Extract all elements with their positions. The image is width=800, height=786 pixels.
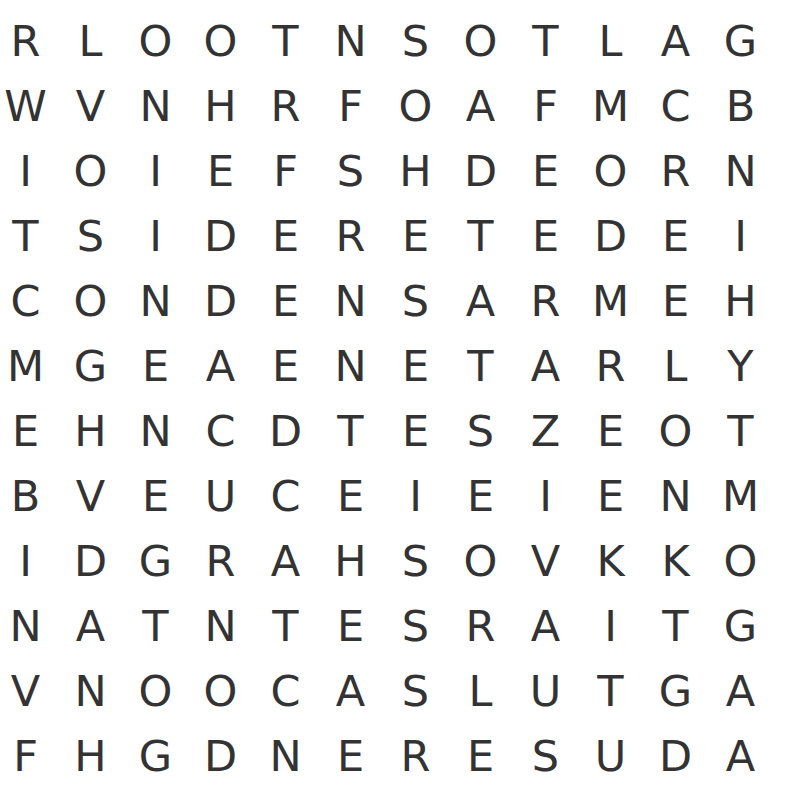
grid-cell[interactable]: G (708, 9, 773, 74)
grid-cell[interactable]: R (643, 139, 708, 204)
grid-cell[interactable]: F (513, 74, 578, 139)
grid-cell[interactable]: E (643, 269, 708, 334)
grid-cell[interactable]: D (188, 269, 253, 334)
grid-cell[interactable]: G (643, 659, 708, 724)
grid-cell[interactable]: N (318, 269, 383, 334)
grid-cell[interactable]: A (513, 594, 578, 659)
grid-cell[interactable]: M (578, 269, 643, 334)
grid-cell[interactable]: A (708, 659, 773, 724)
grid-cell[interactable]: S (513, 724, 578, 786)
grid-cell[interactable]: T (448, 334, 513, 399)
grid-cell[interactable]: M (708, 464, 773, 529)
grid-cell[interactable]: T (318, 399, 383, 464)
grid-cell[interactable]: A (708, 724, 773, 786)
grid-cell[interactable]: Y (708, 334, 773, 399)
grid-cell[interactable]: M (578, 74, 643, 139)
grid-cell[interactable]: V (58, 464, 123, 529)
grid-cell[interactable]: N (123, 399, 188, 464)
grid-cell[interactable]: I (513, 464, 578, 529)
grid-cell[interactable]: D (578, 204, 643, 269)
grid-cell[interactable]: D (643, 724, 708, 786)
grid-cell[interactable]: L (448, 659, 513, 724)
grid-cell[interactable]: I (123, 139, 188, 204)
grid-cell[interactable]: H (188, 74, 253, 139)
grid-cell[interactable]: T (578, 659, 643, 724)
grid-cell[interactable]: G (123, 724, 188, 786)
grid-cell[interactable]: R (318, 204, 383, 269)
grid-cell[interactable]: E (383, 334, 448, 399)
grid-cell[interactable]: R (448, 594, 513, 659)
grid-cell[interactable]: I (578, 594, 643, 659)
grid-cell[interactable]: M (0, 334, 58, 399)
grid-cell[interactable]: N (188, 594, 253, 659)
grid-cell[interactable]: A (643, 9, 708, 74)
grid-cell[interactable]: S (448, 399, 513, 464)
grid-cell[interactable]: T (253, 594, 318, 659)
grid-cell[interactable]: U (188, 464, 253, 529)
grid-cell[interactable]: N (318, 9, 383, 74)
grid-cell[interactable]: I (0, 529, 58, 594)
word-search-board: RLOOTNSOTLAGWVNHRFOAFMCBIOIEFSHDEORNTSID… (0, 9, 773, 786)
grid-cell[interactable]: N (253, 724, 318, 786)
grid-cell[interactable]: B (0, 464, 58, 529)
grid-cell[interactable]: E (253, 204, 318, 269)
grid-cell[interactable]: N (123, 74, 188, 139)
grid-cell[interactable]: I (708, 204, 773, 269)
grid-cell[interactable]: O (578, 139, 643, 204)
grid-cell[interactable]: E (0, 399, 58, 464)
grid-cell[interactable]: E (318, 594, 383, 659)
grid-cell[interactable]: C (0, 269, 58, 334)
grid-cell[interactable]: W (0, 74, 58, 139)
grid-cell[interactable]: K (643, 529, 708, 594)
grid-cell[interactable]: G (58, 334, 123, 399)
grid-cell[interactable]: D (448, 139, 513, 204)
grid-cell[interactable]: E (513, 204, 578, 269)
grid-cell[interactable]: E (123, 334, 188, 399)
grid-cell[interactable]: D (188, 724, 253, 786)
grid-cell[interactable]: T (0, 204, 58, 269)
grid-cell[interactable]: A (318, 659, 383, 724)
grid-cell[interactable]: E (318, 464, 383, 529)
grid-cell[interactable]: V (58, 74, 123, 139)
grid-cell[interactable]: Z (513, 399, 578, 464)
grid-cell[interactable]: A (253, 529, 318, 594)
grid-cell[interactable]: C (188, 399, 253, 464)
grid-cell[interactable]: N (708, 139, 773, 204)
grid-cell[interactable]: E (448, 724, 513, 786)
grid-cell[interactable]: E (253, 269, 318, 334)
grid-cell[interactable]: H (708, 269, 773, 334)
grid-cell[interactable]: O (123, 9, 188, 74)
grid-cell[interactable]: F (0, 724, 58, 786)
grid-cell[interactable]: A (448, 74, 513, 139)
grid-cell[interactable]: O (643, 399, 708, 464)
grid-cell[interactable]: U (578, 724, 643, 786)
grid-cell[interactable]: E (513, 139, 578, 204)
grid-cell[interactable]: H (58, 399, 123, 464)
grid-cell[interactable]: A (188, 334, 253, 399)
grid-cell[interactable]: N (0, 594, 58, 659)
grid-cell[interactable]: O (123, 659, 188, 724)
grid-cell[interactable]: I (0, 139, 58, 204)
grid-cell[interactable]: E (578, 464, 643, 529)
grid-cell[interactable]: E (123, 464, 188, 529)
grid-cell[interactable]: L (643, 334, 708, 399)
grid-cell[interactable]: E (253, 334, 318, 399)
grid-cell[interactable]: O (58, 269, 123, 334)
grid-cell[interactable]: D (188, 204, 253, 269)
grid-cell[interactable]: R (513, 269, 578, 334)
grid-cell[interactable]: E (643, 204, 708, 269)
grid-cell[interactable]: O (708, 529, 773, 594)
grid-cell[interactable]: E (578, 399, 643, 464)
grid-cell[interactable]: O (58, 139, 123, 204)
grid-cell[interactable]: I (383, 464, 448, 529)
grid-cell[interactable]: K (578, 529, 643, 594)
grid-cell[interactable]: T (448, 204, 513, 269)
grid-cell[interactable]: A (513, 334, 578, 399)
grid-cell[interactable]: S (58, 204, 123, 269)
grid-cell[interactable]: S (383, 529, 448, 594)
grid-cell[interactable]: T (513, 9, 578, 74)
grid-cell[interactable]: E (383, 204, 448, 269)
grid-cell[interactable]: B (708, 74, 773, 139)
grid-cell[interactable]: F (253, 139, 318, 204)
grid-cell[interactable]: D (58, 529, 123, 594)
grid-cell[interactable]: R (383, 724, 448, 786)
grid-cell[interactable]: O (448, 9, 513, 74)
grid-cell[interactable]: E (318, 724, 383, 786)
grid-cell[interactable]: R (578, 334, 643, 399)
grid-cell[interactable]: S (383, 269, 448, 334)
grid-cell[interactable]: E (448, 464, 513, 529)
grid-cell[interactable]: N (643, 464, 708, 529)
grid-cell[interactable]: T (253, 9, 318, 74)
grid-cell[interactable]: H (58, 724, 123, 786)
grid-cell[interactable]: H (318, 529, 383, 594)
grid-cell[interactable]: C (253, 659, 318, 724)
grid-cell[interactable]: S (383, 594, 448, 659)
grid-cell[interactable]: T (643, 594, 708, 659)
grid-cell[interactable]: E (383, 399, 448, 464)
grid-cell[interactable]: N (58, 659, 123, 724)
grid-cell[interactable]: S (383, 9, 448, 74)
grid-cell[interactable]: E (188, 139, 253, 204)
grid-cell[interactable]: V (513, 529, 578, 594)
grid-cell[interactable]: L (578, 9, 643, 74)
grid-cell[interactable]: N (318, 334, 383, 399)
grid-cell[interactable]: O (448, 529, 513, 594)
grid-cell[interactable]: T (123, 594, 188, 659)
grid-cell[interactable]: F (318, 74, 383, 139)
grid-cell[interactable]: L (58, 9, 123, 74)
grid-cell[interactable]: V (0, 659, 58, 724)
grid-cell[interactable]: U (513, 659, 578, 724)
grid-cell[interactable]: G (123, 529, 188, 594)
grid-cell[interactable]: S (318, 139, 383, 204)
grid-cell[interactable]: A (448, 269, 513, 334)
grid-cell[interactable]: O (188, 9, 253, 74)
grid-cell[interactable]: O (188, 659, 253, 724)
grid-cell[interactable]: C (643, 74, 708, 139)
grid-cell[interactable]: T (708, 399, 773, 464)
grid-cell[interactable]: N (123, 269, 188, 334)
grid-cell[interactable]: R (0, 9, 58, 74)
grid-cell[interactable]: C (253, 464, 318, 529)
grid-cell[interactable]: R (253, 74, 318, 139)
grid-cell[interactable]: H (383, 139, 448, 204)
grid-cell[interactable]: I (123, 204, 188, 269)
grid-cell[interactable]: R (188, 529, 253, 594)
grid-cell[interactable]: D (253, 399, 318, 464)
grid-cell[interactable]: A (58, 594, 123, 659)
grid-cell[interactable]: O (383, 74, 448, 139)
grid-cell[interactable]: G (708, 594, 773, 659)
grid-cell[interactable]: S (383, 659, 448, 724)
